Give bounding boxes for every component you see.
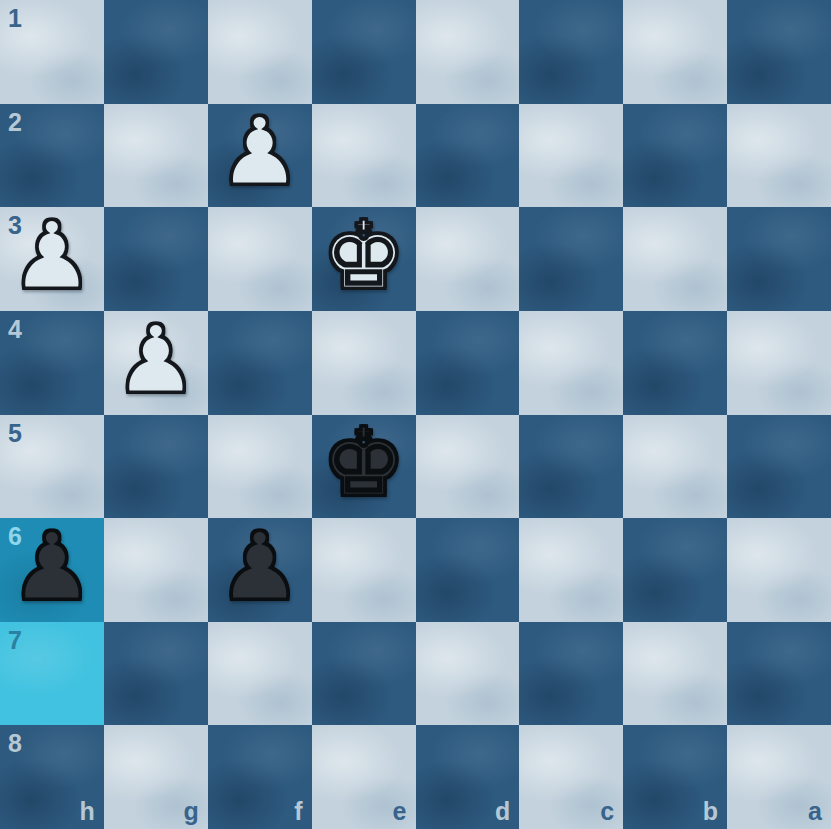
square-a2[interactable] bbox=[727, 104, 831, 208]
square-e3[interactable]: ♚ bbox=[312, 207, 416, 311]
square-b8[interactable]: b bbox=[623, 725, 727, 829]
square-a3[interactable] bbox=[727, 207, 831, 311]
square-b5[interactable] bbox=[623, 415, 727, 519]
square-f2[interactable]: ♟ bbox=[208, 104, 312, 208]
square-f7[interactable] bbox=[208, 622, 312, 726]
square-h2[interactable]: 2 bbox=[0, 104, 104, 208]
square-f3[interactable] bbox=[208, 207, 312, 311]
chess-board-container: 12♟3♟♚4♟5♚6♟♟78hgfedcba bbox=[0, 0, 831, 829]
square-c7[interactable] bbox=[519, 622, 623, 726]
square-a5[interactable] bbox=[727, 415, 831, 519]
square-e5[interactable]: ♚ bbox=[312, 415, 416, 519]
square-h4[interactable]: 4 bbox=[0, 311, 104, 415]
square-b2[interactable] bbox=[623, 104, 727, 208]
square-h6[interactable]: 6♟ bbox=[0, 518, 104, 622]
rank-label-8: 8 bbox=[8, 731, 22, 756]
black-king[interactable]: ♚ bbox=[321, 416, 405, 510]
file-label-c: c bbox=[600, 799, 614, 824]
file-label-a: a bbox=[808, 799, 822, 824]
rank-label-5: 5 bbox=[8, 421, 22, 446]
square-a7[interactable] bbox=[727, 622, 831, 726]
square-e1[interactable] bbox=[312, 0, 416, 104]
square-d2[interactable] bbox=[416, 104, 520, 208]
square-e2[interactable] bbox=[312, 104, 416, 208]
square-c1[interactable] bbox=[519, 0, 623, 104]
square-c2[interactable] bbox=[519, 104, 623, 208]
square-b6[interactable] bbox=[623, 518, 727, 622]
square-f5[interactable] bbox=[208, 415, 312, 519]
rank-label-4: 4 bbox=[8, 317, 22, 342]
square-d7[interactable] bbox=[416, 622, 520, 726]
square-c8[interactable]: c bbox=[519, 725, 623, 829]
square-f6[interactable]: ♟ bbox=[208, 518, 312, 622]
square-d8[interactable]: d bbox=[416, 725, 520, 829]
square-a8[interactable]: a bbox=[727, 725, 831, 829]
file-label-h: h bbox=[80, 799, 95, 824]
square-f8[interactable]: f bbox=[208, 725, 312, 829]
square-h1[interactable]: 1 bbox=[0, 0, 104, 104]
square-g4[interactable]: ♟ bbox=[104, 311, 208, 415]
square-g1[interactable] bbox=[104, 0, 208, 104]
square-c4[interactable] bbox=[519, 311, 623, 415]
square-g5[interactable] bbox=[104, 415, 208, 519]
file-label-b: b bbox=[703, 799, 718, 824]
square-d5[interactable] bbox=[416, 415, 520, 519]
square-g6[interactable] bbox=[104, 518, 208, 622]
rank-label-7: 7 bbox=[8, 628, 22, 653]
square-e7[interactable] bbox=[312, 622, 416, 726]
square-b3[interactable] bbox=[623, 207, 727, 311]
square-e4[interactable] bbox=[312, 311, 416, 415]
square-g7[interactable] bbox=[104, 622, 208, 726]
square-d1[interactable] bbox=[416, 0, 520, 104]
file-label-e: e bbox=[393, 799, 407, 824]
square-f4[interactable] bbox=[208, 311, 312, 415]
square-h5[interactable]: 5 bbox=[0, 415, 104, 519]
file-label-g: g bbox=[183, 799, 198, 824]
square-c5[interactable] bbox=[519, 415, 623, 519]
square-c6[interactable] bbox=[519, 518, 623, 622]
white-pawn[interactable]: ♟ bbox=[218, 105, 302, 199]
square-g3[interactable] bbox=[104, 207, 208, 311]
square-d3[interactable] bbox=[416, 207, 520, 311]
square-e6[interactable] bbox=[312, 518, 416, 622]
square-b4[interactable] bbox=[623, 311, 727, 415]
square-a6[interactable] bbox=[727, 518, 831, 622]
white-king[interactable]: ♚ bbox=[321, 209, 405, 303]
square-a4[interactable] bbox=[727, 311, 831, 415]
file-label-f: f bbox=[294, 799, 302, 824]
rank-label-1: 1 bbox=[8, 6, 22, 31]
white-pawn[interactable]: ♟ bbox=[114, 313, 198, 407]
square-g2[interactable] bbox=[104, 104, 208, 208]
square-e8[interactable]: e bbox=[312, 725, 416, 829]
square-c3[interactable] bbox=[519, 207, 623, 311]
square-d4[interactable] bbox=[416, 311, 520, 415]
chess-board: 12♟3♟♚4♟5♚6♟♟78hgfedcba bbox=[0, 0, 831, 829]
square-f1[interactable] bbox=[208, 0, 312, 104]
square-h3[interactable]: 3♟ bbox=[0, 207, 104, 311]
square-a1[interactable] bbox=[727, 0, 831, 104]
black-pawn[interactable]: ♟ bbox=[10, 520, 94, 614]
black-pawn[interactable]: ♟ bbox=[218, 520, 302, 614]
rank-label-2: 2 bbox=[8, 110, 22, 135]
square-g8[interactable]: g bbox=[104, 725, 208, 829]
square-h8[interactable]: 8h bbox=[0, 725, 104, 829]
square-h7[interactable]: 7 bbox=[0, 622, 104, 726]
square-b1[interactable] bbox=[623, 0, 727, 104]
square-d6[interactable] bbox=[416, 518, 520, 622]
square-b7[interactable] bbox=[623, 622, 727, 726]
white-pawn[interactable]: ♟ bbox=[10, 209, 94, 303]
file-label-d: d bbox=[495, 799, 510, 824]
